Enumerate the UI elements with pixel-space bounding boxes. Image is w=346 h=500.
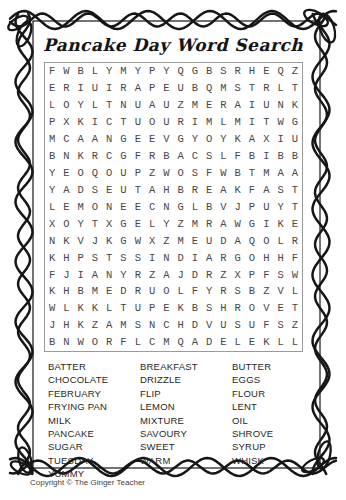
grid-cell: A xyxy=(74,131,88,148)
grid-cell: O xyxy=(245,300,259,317)
grid-cell: W xyxy=(216,165,230,182)
grid-cell: Y xyxy=(159,63,173,80)
grid-cell: I xyxy=(245,114,259,131)
worksheet-page: Pancake Day Word Search FWBLYMYPYQGBSRHE… xyxy=(0,0,346,500)
grid-cell: R xyxy=(59,80,73,97)
word-list-item: MILK xyxy=(48,414,140,427)
grid-cell: E xyxy=(131,199,145,216)
grid-cell: X xyxy=(259,131,273,148)
grid-cell: Y xyxy=(188,131,202,148)
grid-cell: T xyxy=(102,97,116,114)
grid-cell: F xyxy=(259,317,273,334)
grid-cell: I xyxy=(74,266,88,283)
grid-cell: S xyxy=(131,317,145,334)
word-list-item: SHROVE xyxy=(232,427,324,440)
grid-cell: K xyxy=(45,283,59,300)
grid-cell: N xyxy=(159,249,173,266)
grid-cell: S xyxy=(231,80,245,97)
grid-cell: N xyxy=(102,266,116,283)
grid-cell: K xyxy=(74,317,88,334)
grid-cell: B xyxy=(273,148,287,165)
grid-cell: A xyxy=(88,266,102,283)
grid-cell: Z xyxy=(88,317,102,334)
word-list: BATTERCHOCOLATEFEBRUARYFRYING PANMILKPAN… xyxy=(48,360,324,481)
grid-cell: Q xyxy=(173,63,187,80)
word-list-item: MIXTURE xyxy=(140,414,232,427)
grid-cell: G xyxy=(245,215,259,232)
grid-cell: U xyxy=(159,114,173,131)
grid-cell: O xyxy=(59,97,73,114)
grid-cell: B xyxy=(173,182,187,199)
grid-cell: L xyxy=(173,283,187,300)
grid-cell: L xyxy=(88,63,102,80)
grid-cell: K xyxy=(74,114,88,131)
grid-cell: R xyxy=(231,300,245,317)
grid-cell: E xyxy=(131,215,145,232)
grid-cell: M xyxy=(173,232,187,249)
grid-cell: L xyxy=(45,199,59,216)
grid-cell: A xyxy=(202,249,216,266)
grid-cell: R xyxy=(102,334,116,351)
grid-cell: F xyxy=(288,249,302,266)
grid-cell: B xyxy=(45,334,59,351)
grid-cell: A xyxy=(131,80,145,97)
grid-cell: O xyxy=(245,249,259,266)
grid-cell: C xyxy=(159,317,173,334)
grid-cell: L xyxy=(273,334,287,351)
grid-cell: J xyxy=(45,317,59,334)
grid-cell: T xyxy=(131,182,145,199)
grid-cell: B xyxy=(74,63,88,80)
grid-cell: O xyxy=(202,131,216,148)
grid-cell: E xyxy=(159,300,173,317)
grid-cell: L xyxy=(45,97,59,114)
grid-cell: O xyxy=(259,232,273,249)
grid-cell: F xyxy=(45,63,59,80)
grid-cell: H xyxy=(216,300,230,317)
grid-cell: M xyxy=(188,215,202,232)
grid-cell: D xyxy=(188,317,202,334)
word-list-item: LENT xyxy=(232,400,324,413)
grid-cell: Y xyxy=(102,63,116,80)
grid-cell: D xyxy=(216,232,230,249)
grid-cell: G xyxy=(116,215,130,232)
grid-cell: J xyxy=(88,232,102,249)
grid-cell: A xyxy=(216,182,230,199)
grid-cell: A xyxy=(231,97,245,114)
word-list-item: WARM xyxy=(140,454,232,467)
grid-cell: Z xyxy=(288,317,302,334)
grid-cell: R xyxy=(259,80,273,97)
grid-cell: B xyxy=(202,63,216,80)
grid-cell: W xyxy=(59,63,73,80)
grid-cell: A xyxy=(145,97,159,114)
grid-cell: M xyxy=(202,114,216,131)
grid-cell: Q xyxy=(273,63,287,80)
grid-cell: B xyxy=(188,80,202,97)
grid-cell: K xyxy=(288,97,302,114)
grid-cell: M xyxy=(159,334,173,351)
grid-cell: Y xyxy=(74,215,88,232)
grid-cell: G xyxy=(188,63,202,80)
grid-cell: Z xyxy=(288,63,302,80)
grid-cell: U xyxy=(259,97,273,114)
grid-cell: K xyxy=(88,300,102,317)
grid-cell: W xyxy=(288,266,302,283)
grid-cell: B xyxy=(231,165,245,182)
grid-cell: L xyxy=(102,300,116,317)
grid-cell: P xyxy=(74,249,88,266)
grid-cell: F xyxy=(202,165,216,182)
grid-cell: D xyxy=(74,182,88,199)
grid-cell: A xyxy=(231,232,245,249)
grid-cell: L xyxy=(131,334,145,351)
grid-cell: S xyxy=(202,148,216,165)
grid-cell: R xyxy=(216,249,230,266)
grid-cell: P xyxy=(131,165,145,182)
grid-cell: G xyxy=(231,249,245,266)
grid-cell: K xyxy=(273,215,287,232)
word-list-item: SYRUP xyxy=(232,440,324,453)
grid-cell: M xyxy=(74,199,88,216)
grid-cell: A xyxy=(173,148,187,165)
grid-cell: I xyxy=(188,249,202,266)
grid-cell: C xyxy=(145,334,159,351)
grid-cell: T xyxy=(88,215,102,232)
grid-cell: M xyxy=(88,283,102,300)
grid-cell: Y xyxy=(45,165,59,182)
grid-cell: W xyxy=(74,334,88,351)
grid-cell: U xyxy=(131,300,145,317)
grid-cell: J xyxy=(173,266,187,283)
grid-cell: E xyxy=(202,97,216,114)
grid-cell: X xyxy=(145,232,159,249)
grid-cell: R xyxy=(188,182,202,199)
grid-cell: H xyxy=(259,249,273,266)
grid-cell: R xyxy=(216,283,230,300)
grid-cell: G xyxy=(116,148,130,165)
grid-cell: B xyxy=(188,300,202,317)
grid-cell: A xyxy=(145,182,159,199)
grid-cell: T xyxy=(102,249,116,266)
grid-cell: L xyxy=(273,80,287,97)
word-list-item: OIL xyxy=(232,414,324,427)
grid-cell: E xyxy=(288,215,302,232)
grid-cell: W xyxy=(231,215,245,232)
grid-cell: F xyxy=(131,148,145,165)
grid-cell: S xyxy=(216,63,230,80)
grid-cell: S xyxy=(273,266,287,283)
word-list-item: FRYING PAN xyxy=(48,400,140,413)
word-list-item: FLIP xyxy=(140,387,232,400)
grid-cell: Z xyxy=(173,97,187,114)
grid-cell: E xyxy=(45,80,59,97)
grid-cell: U xyxy=(88,80,102,97)
word-list-item: WHISK xyxy=(232,454,324,467)
grid-cell: S xyxy=(231,283,245,300)
grid-cell: T xyxy=(288,300,302,317)
grid-cell: N xyxy=(159,199,173,216)
word-list-item: DRIZZLE xyxy=(140,373,232,386)
grid-cell: U xyxy=(116,165,130,182)
grid-cell: O xyxy=(102,165,116,182)
grid-cell: R xyxy=(88,148,102,165)
grid-cell: E xyxy=(102,283,116,300)
grid-cell: L xyxy=(188,199,202,216)
grid-cell: T xyxy=(288,80,302,97)
grid-cell: S xyxy=(88,182,102,199)
grid-cell: U xyxy=(245,317,259,334)
word-list-item: BATTER xyxy=(48,360,140,373)
grid-cell: A xyxy=(273,165,287,182)
grid-cell: B xyxy=(288,148,302,165)
word-list-item: FLOUR xyxy=(232,387,324,400)
grid-cell: E xyxy=(116,199,130,216)
grid-cell: K xyxy=(74,300,88,317)
grid-cell: P xyxy=(245,266,259,283)
grid-cell: C xyxy=(102,148,116,165)
grid-cell: M xyxy=(116,317,130,334)
grid-cell: L xyxy=(288,334,302,351)
word-list-column: BREAKFASTDRIZZLEFLIPLEMONMIXTURESAVOURYS… xyxy=(140,360,232,481)
grid-cell: E xyxy=(202,182,216,199)
grid-cell: R xyxy=(131,283,145,300)
grid-cell: Y xyxy=(116,266,130,283)
grid-cell: U xyxy=(216,317,230,334)
grid-cell: R xyxy=(202,266,216,283)
grid-cell: O xyxy=(88,199,102,216)
grid-cell: K xyxy=(173,300,187,317)
grid-cell: I xyxy=(259,215,273,232)
grid-cell: Y xyxy=(45,182,59,199)
grid-cell: E xyxy=(159,80,173,97)
grid-cell: V xyxy=(273,283,287,300)
grid-cell: I xyxy=(273,131,287,148)
grid-cell: E xyxy=(145,131,159,148)
grid-cell: R xyxy=(216,97,230,114)
grid-cell: Y xyxy=(159,215,173,232)
grid-cell: B xyxy=(74,283,88,300)
grid-cell: O xyxy=(59,215,73,232)
grid-cell: L xyxy=(59,300,73,317)
wordsearch-grid: FWBLYMYPYQGBSRHEQZERIUIRAPEUBQMSTRLTLOYL… xyxy=(44,62,303,352)
grid-cell: O xyxy=(88,334,102,351)
grid-cell: R xyxy=(131,266,145,283)
page-title: Pancake Day Word Search xyxy=(0,35,346,55)
grid-cell: N xyxy=(45,232,59,249)
grid-cell: G xyxy=(288,114,302,131)
grid-cell: L xyxy=(216,114,230,131)
grid-cell: P xyxy=(145,300,159,317)
grid-cell: D xyxy=(202,334,216,351)
grid-cell: S xyxy=(273,182,287,199)
grid-cell: P xyxy=(145,80,159,97)
grid-cell: E xyxy=(188,232,202,249)
word-list-item: BUTTER xyxy=(232,360,324,373)
grid-cell: I xyxy=(102,80,116,97)
grid-cell: I xyxy=(259,148,273,165)
grid-cell: T xyxy=(116,300,130,317)
grid-cell: E xyxy=(273,300,287,317)
grid-cell: K xyxy=(259,334,273,351)
grid-cell: L xyxy=(288,283,302,300)
grid-cell: C xyxy=(145,199,159,216)
grid-cell: F xyxy=(45,266,59,283)
grid-cell: F xyxy=(259,266,273,283)
grid-cell: G xyxy=(116,232,130,249)
grid-cell: I xyxy=(145,249,159,266)
grid-cell: R xyxy=(116,80,130,97)
grid-cell: H xyxy=(59,317,73,334)
grid-cell: A xyxy=(216,215,230,232)
grid-cell: W xyxy=(45,300,59,317)
grid-cell: A xyxy=(159,266,173,283)
grid-cell: T xyxy=(288,182,302,199)
grid-cell: W xyxy=(159,165,173,182)
grid-cell: B xyxy=(202,199,216,216)
grid-cell: S xyxy=(231,317,245,334)
grid-cell: I xyxy=(74,80,88,97)
grid-cell: A xyxy=(288,165,302,182)
grid-cell: R xyxy=(145,148,159,165)
grid-cell: W xyxy=(131,232,145,249)
grid-cell: V xyxy=(159,131,173,148)
grid-cell: R xyxy=(231,63,245,80)
grid-cell: M xyxy=(188,97,202,114)
grid-cell: E xyxy=(131,131,145,148)
grid-cell: D xyxy=(173,249,187,266)
word-list-column: BATTERCHOCOLATEFEBRUARYFRYING PANMILKPAN… xyxy=(48,360,140,481)
grid-cell: J xyxy=(231,199,245,216)
grid-cell: M xyxy=(45,131,59,148)
grid-cell: Y xyxy=(74,97,88,114)
grid-cell: G xyxy=(116,131,130,148)
grid-cell: U xyxy=(116,182,130,199)
grid-cell: V xyxy=(74,232,88,249)
grid-cell: S xyxy=(88,249,102,266)
word-list-item: TUESDAY xyxy=(48,454,140,467)
grid-cell: H xyxy=(159,182,173,199)
grid-cell: N xyxy=(59,334,73,351)
word-list-item: BREAKFAST xyxy=(140,360,232,373)
grid-cell: G xyxy=(173,131,187,148)
grid-cell: A xyxy=(259,182,273,199)
grid-cell: U xyxy=(159,97,173,114)
grid-cell: O xyxy=(173,165,187,182)
grid-cell: R xyxy=(173,114,187,131)
grid-cell: B xyxy=(245,283,259,300)
grid-cell: P xyxy=(45,114,59,131)
grid-cell: Y xyxy=(202,283,216,300)
grid-cell: N xyxy=(102,131,116,148)
grid-cell: E xyxy=(59,165,73,182)
grid-cell: U xyxy=(131,114,145,131)
grid-cell: E xyxy=(59,199,73,216)
grid-cell: P xyxy=(245,199,259,216)
copyright-text: Copyright © The Ginger Teacher xyxy=(30,478,145,487)
word-list-item: EGGS xyxy=(232,373,324,386)
grid-cell: Q xyxy=(245,232,259,249)
grid-cell: Y xyxy=(273,199,287,216)
grid-cell: N xyxy=(273,97,287,114)
grid-cell: S xyxy=(202,300,216,317)
grid-cell: H xyxy=(59,249,73,266)
grid-cell: A xyxy=(59,182,73,199)
grid-cell: C xyxy=(59,131,73,148)
grid-cell: O xyxy=(145,114,159,131)
grid-cell: X xyxy=(59,114,73,131)
grid-cell: H xyxy=(59,283,73,300)
word-list-item: SAVOURY xyxy=(140,427,232,440)
grid-cell: T xyxy=(259,114,273,131)
grid-cell: L xyxy=(273,232,287,249)
grid-cell: E xyxy=(216,334,230,351)
grid-cell: I xyxy=(88,114,102,131)
grid-cell: A xyxy=(245,131,259,148)
grid-cell: T xyxy=(116,114,130,131)
grid-cell: I xyxy=(245,97,259,114)
grid-cell: X xyxy=(231,266,245,283)
grid-cell: R xyxy=(202,215,216,232)
grid-cell: C xyxy=(102,114,116,131)
grid-cell: M xyxy=(231,114,245,131)
grid-cell: U xyxy=(288,131,302,148)
grid-cell: M xyxy=(259,165,273,182)
grid-cell: Z xyxy=(145,165,159,182)
grid-cell: H xyxy=(173,317,187,334)
grid-cell: K xyxy=(102,232,116,249)
grid-cell: K xyxy=(74,148,88,165)
grid-cell: K xyxy=(59,232,73,249)
grid-cell: V xyxy=(259,300,273,317)
grid-cell: L xyxy=(216,148,230,165)
grid-cell: S xyxy=(273,317,287,334)
grid-cell: D xyxy=(116,283,130,300)
grid-cell: C xyxy=(188,148,202,165)
grid-cell: N xyxy=(102,199,116,216)
grid-cell: K xyxy=(231,182,245,199)
grid-cell: N xyxy=(59,148,73,165)
grid-cell: O xyxy=(159,283,173,300)
grid-cell: P xyxy=(145,63,159,80)
grid-cell: L xyxy=(231,334,245,351)
grid-cell: S xyxy=(131,249,145,266)
grid-cell: S xyxy=(188,165,202,182)
grid-cell: J xyxy=(59,266,73,283)
grid-cell: Y xyxy=(216,131,230,148)
grid-cell: N xyxy=(145,317,159,334)
grid-cell: Q xyxy=(88,165,102,182)
word-list-item: CHOCOLATE xyxy=(48,373,140,386)
grid-cell: K xyxy=(45,249,59,266)
grid-cell: L xyxy=(88,97,102,114)
word-list-item: SUGAR xyxy=(48,440,140,453)
grid-cell: H xyxy=(273,249,287,266)
grid-cell: F xyxy=(116,334,130,351)
grid-cell: A xyxy=(188,334,202,351)
grid-cell: A xyxy=(88,131,102,148)
grid-cell: U xyxy=(259,199,273,216)
grid-cell: W xyxy=(273,114,287,131)
word-list-item: PANCAKE xyxy=(48,427,140,440)
grid-cell: R xyxy=(288,232,302,249)
grid-cell: M xyxy=(116,63,130,80)
grid-cell: F xyxy=(188,283,202,300)
grid-cell: Z xyxy=(173,215,187,232)
grid-cell: N xyxy=(116,97,130,114)
grid-cell: U xyxy=(131,97,145,114)
grid-cell: T xyxy=(245,165,259,182)
